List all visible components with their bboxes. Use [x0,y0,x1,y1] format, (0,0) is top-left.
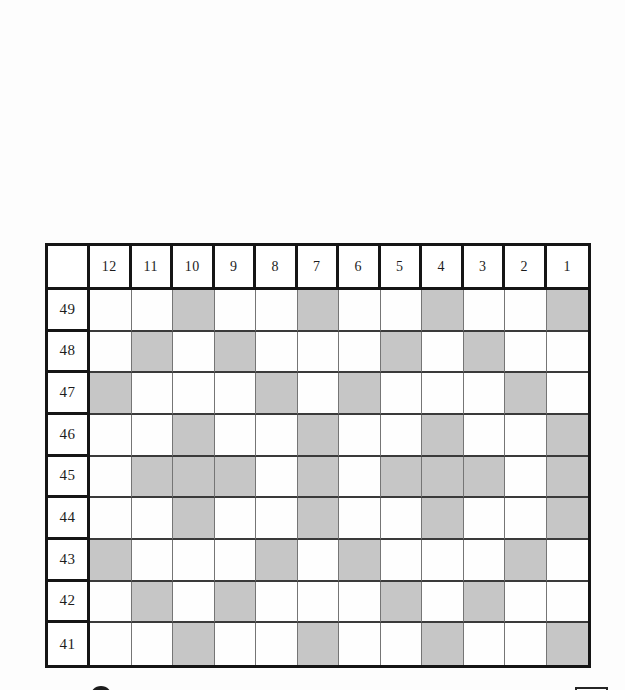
grid-cell-r49-c10 [173,290,215,332]
grid-cell-r49-c7 [298,290,340,332]
grid-cell-r43-c1 [547,540,589,582]
puzzle-page: 121110987654321494847464544434241 [0,0,625,690]
grid-cell-r44-c3 [464,498,506,540]
grid-cell-r47-c8 [256,373,298,415]
grid-cell-r46-c5 [381,415,423,457]
column-header-4: 4 [422,246,464,290]
grid-cell-r46-c2 [505,415,547,457]
grid-cell-r45-c10 [173,457,215,499]
grid-cell-r47-c3 [464,373,506,415]
column-header-1: 1 [547,246,589,290]
grid-cell-r44-c4 [422,498,464,540]
grid-cell-r49-c12 [90,290,132,332]
column-header-10: 10 [173,246,215,290]
grid-cell-r45-c8 [256,457,298,499]
grid-cell-r42-c8 [256,582,298,624]
grid-cell-r44-c5 [381,498,423,540]
grid-cell-r42-c1 [547,582,589,624]
grid-cell-r49-c2 [505,290,547,332]
column-header-6: 6 [339,246,381,290]
grid-cell-r42-c10 [173,582,215,624]
grid-cell-r41-c10 [173,623,215,665]
row-header-41: 41 [48,623,90,665]
grid-cell-r47-c2 [505,373,547,415]
grid-cell-r48-c7 [298,332,340,374]
grid-cell-r49-c8 [256,290,298,332]
grid-cell-r42-c12 [90,582,132,624]
column-header-8: 8 [256,246,298,290]
grid-cell-r46-c1 [547,415,589,457]
grid-cell-r46-c8 [256,415,298,457]
grid-cell-r42-c6 [339,582,381,624]
grid-cell-r44-c8 [256,498,298,540]
grid-cell-r48-c3 [464,332,506,374]
grid-cell-r44-c2 [505,498,547,540]
grid-cell-r44-c1 [547,498,589,540]
grid-cell-r43-c7 [298,540,340,582]
grid-cell-r41-c2 [505,623,547,665]
grid-cell-r45-c3 [464,457,506,499]
column-header-11: 11 [132,246,174,290]
grid-cell-r43-c2 [505,540,547,582]
grid-cell-r46-c3 [464,415,506,457]
grid-cell-r48-c10 [173,332,215,374]
grid-cell-r44-c7 [298,498,340,540]
column-header-3: 3 [464,246,506,290]
grid-cell-r43-c6 [339,540,381,582]
corner-cell [48,246,90,290]
grid-cell-r43-c4 [422,540,464,582]
grid-cell-r44-c9 [215,498,257,540]
row-header-42: 42 [48,582,90,624]
grid-cell-r47-c4 [422,373,464,415]
grid-cell-r45-c1 [547,457,589,499]
grid-cell-r49-c3 [464,290,506,332]
grid-cell-r46-c9 [215,415,257,457]
cutoff-circle-glyph [90,686,112,690]
column-header-9: 9 [215,246,257,290]
grid-cell-r47-c5 [381,373,423,415]
grid-cell-r46-c11 [132,415,174,457]
grid-cell-r47-c11 [132,373,174,415]
row-header-46: 46 [48,415,90,457]
grid-cell-r48-c9 [215,332,257,374]
grid-cell-r49-c6 [339,290,381,332]
grid-cell-r46-c12 [90,415,132,457]
grid-cell-r44-c12 [90,498,132,540]
grid-cell-r47-c7 [298,373,340,415]
grid-cell-r43-c11 [132,540,174,582]
row-header-44: 44 [48,498,90,540]
grid-cell-r47-c12 [90,373,132,415]
grid-cell-r42-c11 [132,582,174,624]
grid-cell-r41-c4 [422,623,464,665]
grid-cell-r45-c12 [90,457,132,499]
grid-cell-r43-c5 [381,540,423,582]
grid-cell-r41-c11 [132,623,174,665]
grid-cell-r43-c12 [90,540,132,582]
grid-cell-r49-c9 [215,290,257,332]
puzzle-grid: 121110987654321494847464544434241 [45,243,591,668]
grid-cell-r44-c10 [173,498,215,540]
grid-cell-r47-c10 [173,373,215,415]
row-header-48: 48 [48,332,90,374]
row-header-47: 47 [48,373,90,415]
grid-cell-r47-c6 [339,373,381,415]
grid-cell-r41-c12 [90,623,132,665]
grid-cell-r41-c1 [547,623,589,665]
row-header-43: 43 [48,540,90,582]
grid-cell-r48-c6 [339,332,381,374]
column-header-7: 7 [298,246,340,290]
row-header-49: 49 [48,290,90,332]
grid-cell-r42-c7 [298,582,340,624]
grid-cell-r46-c4 [422,415,464,457]
grid-cell-r48-c2 [505,332,547,374]
grid-cell-r42-c3 [464,582,506,624]
grid-cell-r46-c10 [173,415,215,457]
grid-cell-r43-c3 [464,540,506,582]
grid-cell-r41-c6 [339,623,381,665]
grid-cell-r45-c7 [298,457,340,499]
grid-cell-r44-c6 [339,498,381,540]
grid-cell-r43-c8 [256,540,298,582]
column-header-2: 2 [505,246,547,290]
grid-cell-r49-c1 [547,290,589,332]
grid-cell-r42-c9 [215,582,257,624]
grid-cell-r45-c9 [215,457,257,499]
grid-cell-r47-c1 [547,373,589,415]
grid-cell-r45-c5 [381,457,423,499]
grid-cell-r41-c7 [298,623,340,665]
grid-cell-r49-c11 [132,290,174,332]
grid-cell-r45-c2 [505,457,547,499]
grid-cell-r46-c7 [298,415,340,457]
grid-cell-r41-c9 [215,623,257,665]
grid-cell-r48-c12 [90,332,132,374]
grid-cell-r49-c5 [381,290,423,332]
grid-cell-r48-c8 [256,332,298,374]
grid-cell-r43-c10 [173,540,215,582]
grid-cell-r48-c4 [422,332,464,374]
grid-cell-r43-c9 [215,540,257,582]
grid-cell-r42-c5 [381,582,423,624]
grid-cell-r41-c3 [464,623,506,665]
grid-cell-r48-c5 [381,332,423,374]
grid-cell-r44-c11 [132,498,174,540]
grid-cell-r48-c11 [132,332,174,374]
grid-cell-r41-c5 [381,623,423,665]
grid-cell-r45-c11 [132,457,174,499]
grid-cell-r45-c6 [339,457,381,499]
grid-cell-r46-c6 [339,415,381,457]
grid-cell-r42-c4 [422,582,464,624]
column-header-12: 12 [90,246,132,290]
grid-cell-r41-c8 [256,623,298,665]
grid-cell-r49-c4 [422,290,464,332]
column-header-5: 5 [381,246,423,290]
grid-cell-r42-c2 [505,582,547,624]
row-header-45: 45 [48,457,90,499]
grid-cell-r48-c1 [547,332,589,374]
grid-cell-r47-c9 [215,373,257,415]
grid-cell-r45-c4 [422,457,464,499]
